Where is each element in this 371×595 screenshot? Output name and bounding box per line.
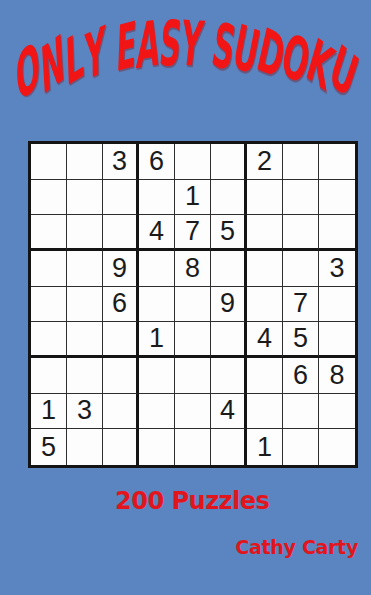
book-cover: ONLY EASY SUDOKU 36214759836971456813451… — [0, 0, 371, 595]
sudoku-cell-r8c6: 4 — [211, 394, 247, 430]
sudoku-cell-r7c4 — [139, 358, 175, 394]
sudoku-cell-r7c9: 8 — [319, 358, 355, 394]
sudoku-cell-r6c4: 1 — [139, 322, 175, 358]
sudoku-cell-r4c4 — [139, 251, 175, 287]
title-letter — [198, 14, 217, 76]
sudoku-cell-r3c3 — [103, 215, 139, 251]
sudoku-cell-r4c8 — [283, 251, 319, 287]
book-title: ONLY EASY SUDOKU — [96, 13, 274, 75]
sudoku-cell-r6c7: 4 — [247, 322, 283, 358]
sudoku-cell-r2c6 — [211, 180, 247, 216]
sudoku-cell-r5c7 — [247, 287, 283, 323]
sudoku-cell-r5c6: 9 — [211, 287, 247, 323]
sudoku-cell-r5c2 — [67, 287, 103, 323]
sudoku-cell-r6c2 — [67, 322, 103, 358]
sudoku-cell-r1c3: 3 — [103, 144, 139, 180]
sudoku-cell-r6c3 — [103, 322, 139, 358]
sudoku-cell-r2c3 — [103, 180, 139, 216]
title-letter — [106, 16, 117, 83]
sudoku-cell-r7c6 — [211, 358, 247, 394]
sudoku-cell-r5c4 — [139, 287, 175, 323]
sudoku-cell-r3c8 — [283, 215, 319, 251]
sudoku-cell-r8c3 — [103, 394, 139, 430]
sudoku-cell-r4c5: 8 — [175, 251, 211, 287]
title-letter: L — [65, 22, 85, 96]
sudoku-cell-r4c1 — [31, 251, 67, 287]
sudoku-cell-r2c1 — [31, 180, 67, 216]
title-letter: N — [39, 25, 66, 105]
sudoku-cell-r9c9 — [319, 429, 355, 465]
author-name: Cathy Carty — [235, 536, 358, 558]
sudoku-cell-r9c5 — [175, 429, 211, 465]
sudoku-cell-r5c8: 7 — [283, 287, 319, 323]
title-letter: E — [115, 13, 138, 82]
sudoku-cell-r2c8 — [283, 180, 319, 216]
sudoku-cell-r2c2 — [67, 180, 103, 216]
puzzle-count-label: 200 Puzzles — [115, 487, 269, 515]
sudoku-cell-r8c5 — [175, 394, 211, 430]
sudoku-cell-r7c2 — [67, 358, 103, 394]
sudoku-cell-r6c5 — [175, 322, 211, 358]
sudoku-cell-r4c7 — [247, 251, 283, 287]
sudoku-cell-r1c1 — [31, 144, 67, 180]
sudoku-cell-r2c4 — [139, 180, 175, 216]
sudoku-cell-r1c9 — [319, 144, 355, 180]
sudoku-cell-r5c1 — [31, 287, 67, 323]
sudoku-cell-r3c4: 4 — [139, 215, 175, 251]
sudoku-cell-r1c8 — [283, 144, 319, 180]
sudoku-cell-r6c1 — [31, 322, 67, 358]
sudoku-cell-r9c3 — [103, 429, 139, 465]
sudoku-cell-r6c6 — [211, 322, 247, 358]
sudoku-cell-r1c5 — [175, 144, 211, 180]
sudoku-cell-r4c3: 9 — [103, 251, 139, 287]
sudoku-cell-r4c9: 3 — [319, 251, 355, 287]
sudoku-cell-r2c5: 1 — [175, 180, 211, 216]
title-letter: Y — [178, 13, 207, 76]
sudoku-cell-r8c7 — [247, 394, 283, 430]
sudoku-cell-r9c1: 5 — [31, 429, 67, 465]
sudoku-cell-r1c7: 2 — [247, 144, 283, 180]
title-letter: S — [157, 12, 184, 75]
sudoku-cell-r5c9 — [319, 287, 355, 323]
title-letter: D — [252, 20, 289, 89]
sudoku-cell-r8c8 — [283, 394, 319, 430]
sudoku-cell-r7c3 — [103, 358, 139, 394]
sudoku-cell-r5c5 — [175, 287, 211, 323]
sudoku-cell-r5c3: 6 — [103, 287, 139, 323]
sudoku-cell-r3c6: 5 — [211, 215, 247, 251]
sudoku-cell-r2c7 — [247, 180, 283, 216]
sudoku-cell-r2c9 — [319, 180, 355, 216]
sudoku-cell-r1c2 — [67, 144, 103, 180]
sudoku-cell-r7c7 — [247, 358, 283, 394]
sudoku-cell-r4c2 — [67, 251, 103, 287]
sudoku-cell-r3c7 — [247, 215, 283, 251]
sudoku-cell-r7c1 — [31, 358, 67, 394]
title-letter: U — [229, 16, 264, 84]
title-letter: O — [13, 31, 42, 113]
sudoku-cell-r3c9 — [319, 215, 355, 251]
sudoku-cell-r9c7: 1 — [247, 429, 283, 465]
sudoku-cell-r6c9 — [319, 322, 355, 358]
sudoku-cell-r8c1: 1 — [31, 394, 67, 430]
sudoku-cell-r1c4: 6 — [139, 144, 175, 180]
title-letter: A — [135, 12, 162, 79]
sudoku-cell-r1c6 — [211, 144, 247, 180]
sudoku-cell-r9c8 — [283, 429, 319, 465]
sudoku-cell-r3c2 — [67, 215, 103, 251]
sudoku-cell-r7c5 — [175, 358, 211, 394]
sudoku-cell-r9c2 — [67, 429, 103, 465]
sudoku-cell-r8c9 — [319, 394, 355, 430]
sudoku-cell-r8c4 — [139, 394, 175, 430]
title-letter: Y — [84, 17, 106, 91]
sudoku-board: 36214759836971456813451 — [28, 141, 358, 468]
title-letter: S — [208, 14, 239, 79]
sudoku-cell-r3c5: 7 — [175, 215, 211, 251]
title-letter: K — [301, 30, 339, 100]
sudoku-cell-r4c6 — [211, 251, 247, 287]
sudoku-cell-r7c8: 6 — [283, 358, 319, 394]
sudoku-cell-r3c1 — [31, 215, 67, 251]
sudoku-cell-r6c8: 5 — [283, 322, 319, 358]
sudoku-cell-r8c2: 3 — [67, 394, 103, 430]
title-letter: U — [324, 36, 363, 107]
title-letter: O — [277, 24, 316, 95]
sudoku-cell-r9c6 — [211, 429, 247, 465]
sudoku-cell-r9c4 — [139, 429, 175, 465]
